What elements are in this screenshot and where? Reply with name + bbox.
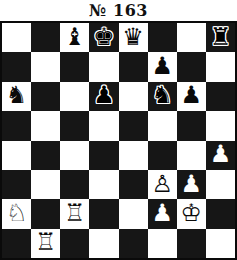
square-f6[interactable]: ♞ <box>148 82 177 111</box>
square-b3[interactable] <box>31 170 60 199</box>
square-b8[interactable] <box>31 23 60 52</box>
square-g6[interactable]: ♟ <box>177 82 206 111</box>
square-f7[interactable]: ♟ <box>148 52 177 81</box>
square-e4[interactable] <box>119 141 148 170</box>
square-h5[interactable] <box>206 111 235 140</box>
square-a6[interactable]: ♞ <box>2 82 31 111</box>
square-h7[interactable] <box>206 52 235 81</box>
square-a2[interactable]: ♘ <box>2 199 31 228</box>
piece-white-pawn: ♙ <box>151 172 173 196</box>
piece-black-king: ♚ <box>93 25 115 49</box>
square-a3[interactable] <box>2 170 31 199</box>
piece-black-pawn: ♟ <box>181 83 203 107</box>
square-g3[interactable]: ♟ <box>177 170 206 199</box>
square-f2[interactable]: ♟ <box>148 199 177 228</box>
square-f1[interactable] <box>148 229 177 258</box>
piece-black-pawn: ♟ <box>151 54 173 78</box>
square-d4[interactable] <box>89 141 118 170</box>
piece-white-rook: ♖ <box>35 230 57 254</box>
piece-white-knight: ♘ <box>6 201 28 225</box>
chess-board: ♝♚♛♜♟♞♟♞♟♟♙♟♘♖♟♔♖ <box>0 21 237 260</box>
square-c1[interactable] <box>60 229 89 258</box>
piece-black-pawn: ♟ <box>93 83 115 107</box>
square-b4[interactable] <box>31 141 60 170</box>
square-e2[interactable] <box>119 199 148 228</box>
square-a8[interactable] <box>2 23 31 52</box>
square-h6[interactable] <box>206 82 235 111</box>
square-b2[interactable] <box>31 199 60 228</box>
square-d5[interactable] <box>89 111 118 140</box>
square-c8[interactable]: ♝ <box>60 23 89 52</box>
square-f4[interactable] <box>148 141 177 170</box>
chess-puzzle-page: № 163 ♝♚♛♜♟♞♟♞♟♟♙♟♘♖♟♔♖ <box>0 0 237 260</box>
piece-white-pawn: ♟ <box>210 142 232 166</box>
square-a7[interactable] <box>2 52 31 81</box>
square-c6[interactable] <box>60 82 89 111</box>
square-d7[interactable] <box>89 52 118 81</box>
piece-black-knight: ♞ <box>151 83 173 107</box>
square-c5[interactable] <box>60 111 89 140</box>
square-f5[interactable] <box>148 111 177 140</box>
piece-black-knight: ♞ <box>6 83 28 107</box>
square-b6[interactable] <box>31 82 60 111</box>
square-a5[interactable] <box>2 111 31 140</box>
square-d8[interactable]: ♚ <box>89 23 118 52</box>
square-e7[interactable] <box>119 52 148 81</box>
square-c7[interactable] <box>60 52 89 81</box>
square-g8[interactable] <box>177 23 206 52</box>
square-c2[interactable]: ♖ <box>60 199 89 228</box>
square-h2[interactable] <box>206 199 235 228</box>
piece-white-rook: ♖ <box>64 201 86 225</box>
square-d2[interactable] <box>89 199 118 228</box>
square-c4[interactable] <box>60 141 89 170</box>
square-a4[interactable] <box>2 141 31 170</box>
piece-black-bishop: ♝ <box>64 25 86 49</box>
square-b5[interactable] <box>31 111 60 140</box>
square-a1[interactable] <box>2 229 31 258</box>
square-e1[interactable] <box>119 229 148 258</box>
square-b1[interactable]: ♖ <box>31 229 60 258</box>
puzzle-number-title: № 163 <box>0 0 237 21</box>
square-e3[interactable] <box>119 170 148 199</box>
square-h8[interactable]: ♜ <box>206 23 235 52</box>
piece-black-rook: ♜ <box>210 25 232 49</box>
piece-white-pawn: ♟ <box>181 172 203 196</box>
square-g7[interactable] <box>177 52 206 81</box>
square-f3[interactable]: ♙ <box>148 170 177 199</box>
square-g1[interactable] <box>177 229 206 258</box>
square-f8[interactable] <box>148 23 177 52</box>
square-g4[interactable] <box>177 141 206 170</box>
square-g2[interactable]: ♔ <box>177 199 206 228</box>
square-e5[interactable] <box>119 111 148 140</box>
square-g5[interactable] <box>177 111 206 140</box>
square-e6[interactable] <box>119 82 148 111</box>
square-d1[interactable] <box>89 229 118 258</box>
piece-black-queen: ♛ <box>122 25 144 49</box>
square-h4[interactable]: ♟ <box>206 141 235 170</box>
square-h3[interactable] <box>206 170 235 199</box>
square-c3[interactable] <box>60 170 89 199</box>
square-e8[interactable]: ♛ <box>119 23 148 52</box>
square-h1[interactable] <box>206 229 235 258</box>
piece-white-pawn: ♟ <box>151 201 173 225</box>
square-d6[interactable]: ♟ <box>89 82 118 111</box>
piece-white-king: ♔ <box>181 201 203 225</box>
square-b7[interactable] <box>31 52 60 81</box>
square-d3[interactable] <box>89 170 118 199</box>
